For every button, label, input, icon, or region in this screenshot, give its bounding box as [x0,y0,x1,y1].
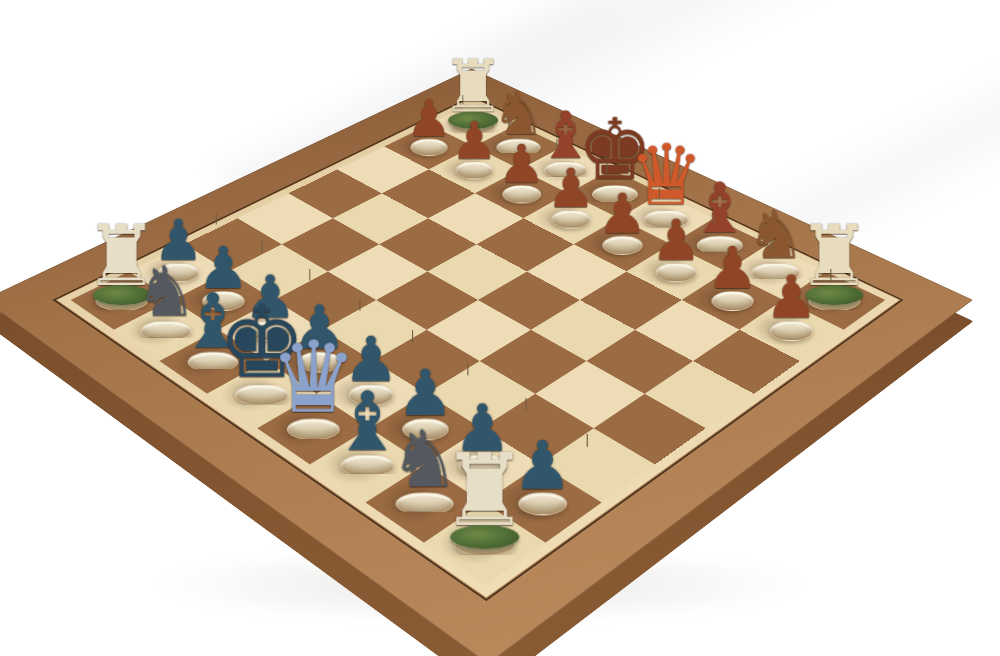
sashimono-banner-icon [699,188,714,207]
square-e6 [527,244,627,300]
white-rook-icon: ♜ [440,444,530,539]
square-f8: ♝ [671,218,768,271]
piece-contact-shadow [426,149,505,189]
piece-contact-shadow [668,221,752,267]
black-bishop-icon: ♝ [689,175,751,240]
pawn-figurine: ♟ [579,188,667,255]
black-pawn-icon: ♟ [498,139,546,189]
sashimono-banner-icon [543,115,557,132]
chessboard: ♜♞♝♚♛♝♞♜♟♟♟♟♟♟♟♟♟♟♟♟♟♟♟♟♜♞♝♚♛♝♞♜ [0,69,973,656]
black-pawn-icon: ♟ [765,269,818,325]
rook-foliage-icon [448,111,498,128]
sashimono-banner-icon [644,163,658,181]
black-queen-icon: ♛ [629,135,704,215]
sashimono-banner-icon [495,93,508,110]
square-c6 [428,193,523,244]
piece-contact-shadow [571,221,655,267]
piece-contact-shadow [616,196,698,240]
board-grid: ♜♞♝♚♛♝♞♜♟♟♟♟♟♟♟♟♟♟♟♟♟♟♟♟♜♞♝♚♛♝♞♜ [71,103,886,585]
piece-pedestal-base [551,210,590,229]
piece-contact-shadow [471,127,548,166]
piece-pedestal-base [502,185,540,203]
piece-contact-shadow [472,172,552,214]
square-f7: ♟ [627,244,727,300]
piece-pedestal-base [602,236,642,255]
square-b5 [333,193,428,244]
piece-pedestal-base [644,210,689,229]
square-d6 [476,218,573,271]
piece-pedestal-base [411,139,448,157]
chessboard-scene: ♜♞♝♚♛♝♞♜♟♟♟♟♟♟♟♟♟♟♟♟♟♟♟♟♜♞♝♚♛♝♞♜ [128,0,828,650]
piece-contact-shadow [566,172,646,214]
square-a6 [337,146,428,193]
queen-figurine: ♛ [623,135,709,229]
pawn-figurine: ♟ [528,163,614,229]
square-b6 [382,169,475,218]
square-a7: ♟ [384,124,473,169]
black-pawn-icon: ♟ [598,188,648,241]
square-c5 [379,218,476,271]
pawn-figurine: ♟ [631,214,721,283]
sashimono-banner-icon [294,243,309,262]
rook-figurine: ♜ [430,444,540,556]
piece-contact-shadow [521,196,603,240]
sashimono-banner-icon [815,243,830,262]
piece-pedestal-base [497,139,541,157]
black-pawn-icon: ♟ [547,163,596,215]
piece-pedestal-base [697,236,743,255]
black-pawn-icon: ♟ [406,95,452,143]
black-pawn-icon: ♟ [651,214,702,268]
square-d7: ♟ [523,193,618,244]
sashimono-banner-icon [344,272,360,292]
square-c7: ♟ [475,169,568,218]
square-b7: ♟ [429,146,520,193]
pawn-figurine: ♟ [480,139,564,203]
king-figurine: ♚ [573,110,657,204]
black-king-icon: ♚ [577,110,653,190]
square-d5 [427,244,527,300]
piece-pedestal-base [592,185,638,203]
bishop-figurine: ♝ [676,175,764,255]
piece-contact-shadow [518,149,597,189]
black-bishop-icon: ♝ [537,104,595,165]
piece-pedestal-base [544,161,587,179]
piece-contact-shadow [382,127,459,166]
piece-contact-shadow [624,248,710,296]
sashimono-banner-icon [246,215,261,234]
piece-pedestal-base [656,263,697,283]
piece-pedestal-base [456,161,494,179]
sashimono-banner-icon [449,72,462,89]
square-e7: ♟ [574,218,671,271]
sashimono-banner-icon [201,188,216,207]
sashimono-banner-icon [593,139,607,157]
square-a5 [289,169,382,218]
sashimono-banner-icon [756,215,771,234]
